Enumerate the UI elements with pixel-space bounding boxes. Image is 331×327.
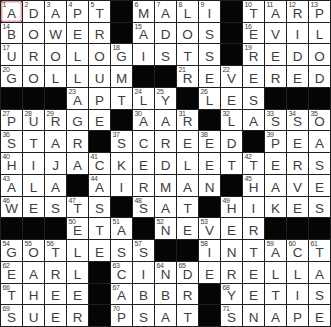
grid-cell-r5c11[interactable]: E bbox=[221, 88, 242, 109]
grid-cell-r9c10[interactable]: N bbox=[199, 175, 220, 196]
grid-cell-r2c7[interactable]: 15A bbox=[133, 23, 154, 44]
cell-letter: S bbox=[133, 202, 154, 216]
grid-cell-r15c9[interactable]: T bbox=[177, 305, 198, 326]
grid-cell-r13c13[interactable]: L bbox=[265, 262, 286, 283]
grid-cell-r9c1[interactable]: 43A bbox=[1, 175, 22, 196]
cell-letter: O bbox=[309, 115, 330, 129]
grid-cell-r1c13[interactable]: 11A bbox=[265, 1, 286, 22]
grid-cell-r14c7[interactable]: B bbox=[133, 284, 154, 305]
grid-cell-r3c4[interactable]: L bbox=[67, 44, 88, 65]
grid-cell-r14c8[interactable]: B bbox=[155, 284, 176, 305]
grid-cell-r12c7[interactable]: 57S bbox=[133, 240, 154, 261]
grid-cell-r5c12[interactable]: S bbox=[243, 88, 264, 109]
grid-cell-r12c11[interactable]: N bbox=[221, 240, 242, 261]
grid-cell-r1c7[interactable]: 6M bbox=[133, 1, 154, 22]
cell-letter: M bbox=[111, 72, 132, 86]
cell-letter: S bbox=[111, 246, 132, 260]
grid-cell-r10c8[interactable]: A bbox=[155, 197, 176, 218]
cell-letter: A bbox=[111, 224, 132, 238]
grid-cell-r15c12[interactable]: N bbox=[243, 305, 264, 326]
cell-letter: R bbox=[287, 7, 308, 21]
grid-cell-r13c7[interactable]: I bbox=[133, 262, 154, 283]
grid-cell-r3c10[interactable]: S bbox=[199, 44, 220, 65]
grid-cell-r9c8[interactable]: M bbox=[155, 175, 176, 196]
cell-letter: E bbox=[45, 311, 66, 325]
black-cell bbox=[133, 66, 154, 87]
cell-letter: A bbox=[309, 268, 330, 282]
cell-letter: A bbox=[265, 181, 286, 195]
cell-letter: R bbox=[45, 115, 66, 129]
grid-cell-r14c4[interactable]: E bbox=[67, 284, 88, 305]
grid-cell-r14c3[interactable]: E bbox=[45, 284, 66, 305]
cell-letter: R bbox=[133, 181, 154, 195]
cell-letter: A bbox=[265, 246, 286, 260]
cell-letter: T bbox=[265, 289, 286, 303]
grid-cell-r1c2[interactable]: 2D bbox=[23, 1, 44, 22]
cell-letter: K bbox=[111, 159, 132, 173]
grid-cell-r4c4[interactable]: L bbox=[67, 66, 88, 87]
cell-letter: G bbox=[1, 72, 22, 86]
cell-letter: T bbox=[243, 246, 264, 260]
cell-letter: B bbox=[1, 28, 22, 42]
grid-cell-r9c9[interactable]: A bbox=[177, 175, 198, 196]
grid-cell-r6c9[interactable]: 31R bbox=[177, 110, 198, 131]
grid-cell-r11c8[interactable]: 52N bbox=[155, 218, 176, 239]
grid-cell-r7c9[interactable]: E bbox=[177, 131, 198, 152]
grid-cell-r8c5[interactable]: 41C bbox=[89, 153, 110, 174]
grid-cell-r10c14[interactable]: E bbox=[287, 197, 308, 218]
grid-cell-r15c2[interactable]: U bbox=[23, 305, 44, 326]
grid-cell-r8c15[interactable]: S bbox=[309, 153, 330, 174]
grid-cell-r8c12[interactable]: 42T bbox=[243, 153, 264, 174]
cell-letter: E bbox=[221, 224, 242, 238]
cell-letter: S bbox=[309, 202, 330, 216]
grid-cell-r7c8[interactable]: R bbox=[155, 131, 176, 152]
grid-cell-r7c13[interactable]: 39P bbox=[265, 131, 286, 152]
cell-letter: O bbox=[23, 72, 44, 86]
grid-cell-r1c14[interactable]: 12R bbox=[287, 1, 308, 22]
grid-cell-r1c9[interactable]: 8L bbox=[177, 1, 198, 22]
grid-cell-r11c12[interactable]: R bbox=[243, 218, 264, 239]
cell-letter: R bbox=[243, 50, 264, 64]
grid-cell-r3c14[interactable]: D bbox=[287, 44, 308, 65]
grid-cell-r10c7[interactable]: 48S bbox=[133, 197, 154, 218]
grid-cell-r12c5[interactable]: E bbox=[89, 240, 110, 261]
black-cell bbox=[265, 88, 286, 109]
grid-cell-r14c12[interactable]: E bbox=[243, 284, 264, 305]
grid-cell-r11c5[interactable]: T bbox=[89, 218, 110, 239]
grid-cell-r9c13[interactable]: A bbox=[265, 175, 286, 196]
cell-letter: R bbox=[287, 159, 308, 173]
grid-cell-r3c8[interactable]: S bbox=[155, 44, 176, 65]
grid-cell-r6c15[interactable]: 35O bbox=[309, 110, 330, 131]
grid-cell-r6c14[interactable]: 34S bbox=[287, 110, 308, 131]
cell-letter: E bbox=[287, 72, 308, 86]
cell-letter: D bbox=[155, 159, 176, 173]
cell-letter: S bbox=[155, 50, 176, 64]
grid-cell-r1c5[interactable]: 5T bbox=[89, 1, 110, 22]
cell-letter: E bbox=[243, 289, 264, 303]
grid-cell-r2c3[interactable]: W bbox=[45, 23, 66, 44]
grid-cell-r11c9[interactable]: E bbox=[177, 218, 198, 239]
grid-cell-r7c1[interactable]: 36S bbox=[1, 131, 22, 152]
grid-cell-r13c9[interactable]: 65D bbox=[177, 262, 198, 283]
grid-cell-r6c13[interactable]: 33S bbox=[265, 110, 286, 131]
grid-cell-r1c12[interactable]: 10T bbox=[243, 1, 264, 22]
grid-cell-r11c6[interactable]: 51A bbox=[111, 218, 132, 239]
cell-letter: H bbox=[221, 202, 242, 216]
grid-cell-r4c5[interactable]: U bbox=[89, 66, 110, 87]
cell-letter: S bbox=[133, 246, 154, 260]
grid-cell-r2c4[interactable]: E bbox=[67, 23, 88, 44]
grid-cell-r9c3[interactable]: A bbox=[45, 175, 66, 196]
grid-cell-r14c13[interactable]: T bbox=[265, 284, 286, 305]
grid-cell-r2c13[interactable]: V bbox=[265, 23, 286, 44]
grid-cell-r9c12[interactable]: 45H bbox=[243, 175, 264, 196]
grid-cell-r15c13[interactable]: A bbox=[265, 305, 286, 326]
grid-cell-r5c5[interactable]: P bbox=[89, 88, 110, 109]
grid-cell-r13c15[interactable]: A bbox=[309, 262, 330, 283]
grid-cell-r13c8[interactable]: 64N bbox=[155, 262, 176, 283]
black-cell bbox=[89, 262, 110, 283]
grid-cell-r7c11[interactable]: D bbox=[221, 131, 242, 152]
cell-letter: A bbox=[45, 181, 66, 195]
grid-cell-r2c15[interactable]: L bbox=[309, 23, 330, 44]
grid-cell-r15c14[interactable]: P bbox=[287, 305, 308, 326]
grid-cell-r12c2[interactable]: 55O bbox=[23, 240, 44, 261]
grid-cell-r14c1[interactable]: 66T bbox=[1, 284, 22, 305]
grid-cell-r2c5[interactable]: R bbox=[89, 23, 110, 44]
grid-cell-r4c1[interactable]: 20G bbox=[1, 66, 22, 87]
grid-cell-r10c13[interactable]: K bbox=[265, 197, 286, 218]
grid-cell-r14c14[interactable]: I bbox=[287, 284, 308, 305]
grid-cell-r10c9[interactable]: T bbox=[177, 197, 198, 218]
grid-cell-r3c13[interactable]: E bbox=[265, 44, 286, 65]
grid-cell-r4c10[interactable]: E bbox=[199, 66, 220, 87]
grid-cell-r14c6[interactable]: 67A bbox=[111, 284, 132, 305]
grid-cell-r14c15[interactable]: S bbox=[309, 284, 330, 305]
cell-letter: V bbox=[221, 72, 242, 86]
grid-cell-r10c5[interactable]: S bbox=[89, 197, 110, 218]
grid-cell-r2c10[interactable]: S bbox=[199, 23, 220, 44]
cell-letter: E bbox=[67, 224, 88, 238]
cell-letter: V bbox=[287, 181, 308, 195]
cell-letter: E bbox=[177, 137, 198, 151]
grid-cell-r11c4[interactable]: 50E bbox=[67, 218, 88, 239]
grid-cell-r10c3[interactable]: S bbox=[45, 197, 66, 218]
cell-letter: G bbox=[1, 246, 22, 260]
cell-letter: L bbox=[309, 28, 330, 42]
grid-cell-r6c8[interactable]: A bbox=[155, 110, 176, 131]
grid-cell-r13c3[interactable]: R bbox=[45, 262, 66, 283]
cell-letter: O bbox=[45, 50, 66, 64]
cell-letter: K bbox=[265, 202, 286, 216]
grid-cell-r9c2[interactable]: L bbox=[23, 175, 44, 196]
grid-cell-r13c4[interactable]: L bbox=[67, 262, 88, 283]
grid-cell-r8c7[interactable]: E bbox=[133, 153, 154, 174]
cell-letter: T bbox=[221, 159, 242, 173]
grid-cell-r7c2[interactable]: T bbox=[23, 131, 44, 152]
black-cell bbox=[199, 305, 220, 326]
grid-cell-r15c3[interactable]: E bbox=[45, 305, 66, 326]
cell-letter: S bbox=[199, 28, 220, 42]
cell-letter: P bbox=[287, 311, 308, 325]
grid-cell-r6c2[interactable]: 28U bbox=[23, 110, 44, 131]
grid-cell-r6c11[interactable]: 32L bbox=[221, 110, 242, 131]
grid-cell-r14c2[interactable]: H bbox=[23, 284, 44, 305]
grid-cell-r10c15[interactable]: S bbox=[309, 197, 330, 218]
grid-cell-r11c10[interactable]: 53V bbox=[199, 218, 220, 239]
black-cell bbox=[67, 175, 88, 196]
cell-letter: O bbox=[177, 28, 198, 42]
grid-cell-r2c9[interactable]: O bbox=[177, 23, 198, 44]
grid-cell-r3c9[interactable]: T bbox=[177, 44, 198, 65]
cell-letter: A bbox=[1, 7, 22, 21]
cell-letter: E bbox=[199, 72, 220, 86]
grid-cell-r15c7[interactable]: S bbox=[133, 305, 154, 326]
grid-cell-r4c9[interactable]: 21R bbox=[177, 66, 198, 87]
black-cell bbox=[111, 23, 132, 44]
grid-cell-r7c3[interactable]: A bbox=[45, 131, 66, 152]
black-cell bbox=[221, 44, 242, 65]
grid-cell-r1c8[interactable]: 7A bbox=[155, 1, 176, 22]
cell-letter: E bbox=[45, 289, 66, 303]
grid-cell-r4c15[interactable]: D bbox=[309, 66, 330, 87]
grid-cell-r15c6[interactable]: 70P bbox=[111, 305, 132, 326]
grid-cell-r10c12[interactable]: I bbox=[243, 197, 264, 218]
grid-cell-r15c8[interactable]: A bbox=[155, 305, 176, 326]
grid-cell-r8c14[interactable]: R bbox=[287, 153, 308, 174]
cell-letter: E bbox=[23, 202, 44, 216]
cell-letter: P bbox=[67, 7, 88, 21]
grid-cell-r7c14[interactable]: E bbox=[287, 131, 308, 152]
cell-letter: A bbox=[133, 28, 154, 42]
cell-letter: R bbox=[45, 268, 66, 282]
cell-letter: P bbox=[111, 311, 132, 325]
black-cell bbox=[221, 175, 242, 196]
cell-letter: R bbox=[23, 50, 44, 64]
grid-cell-r8c9[interactable]: L bbox=[177, 153, 198, 174]
grid-cell-r8c11[interactable]: T bbox=[221, 153, 242, 174]
grid-cell-r13c1[interactable]: 62E bbox=[1, 262, 22, 283]
cell-letter: L bbox=[133, 94, 154, 108]
grid-cell-r8c10[interactable]: E bbox=[199, 153, 220, 174]
black-cell bbox=[309, 88, 330, 109]
cell-letter: U bbox=[89, 72, 110, 86]
grid-cell-r8c1[interactable]: 40H bbox=[1, 153, 22, 174]
grid-cell-r8c6[interactable]: K bbox=[111, 153, 132, 174]
cell-letter: N bbox=[243, 311, 264, 325]
cell-letter: P bbox=[265, 137, 286, 151]
cell-letter: E bbox=[199, 159, 220, 173]
grid-cell-r9c6[interactable]: I bbox=[111, 175, 132, 196]
grid-cell-r15c4[interactable]: R bbox=[67, 305, 88, 326]
cell-letter: A bbox=[45, 7, 66, 21]
grid-cell-r9c5[interactable]: 44A bbox=[89, 175, 110, 196]
cell-letter: S bbox=[1, 311, 22, 325]
grid-cell-r13c10[interactable]: E bbox=[199, 262, 220, 283]
grid-cell-r1c15[interactable]: 13P bbox=[309, 1, 330, 22]
grid-cell-r12c12[interactable]: T bbox=[243, 240, 264, 261]
grid-cell-r15c15[interactable]: E bbox=[309, 305, 330, 326]
cell-letter: S bbox=[221, 311, 242, 325]
cell-letter: E bbox=[243, 72, 264, 86]
cell-letter: S bbox=[133, 311, 154, 325]
grid-cell-r10c11[interactable]: 49H bbox=[221, 197, 242, 218]
cell-letter: A bbox=[67, 94, 88, 108]
grid-cell-r5c10[interactable]: 26L bbox=[199, 88, 220, 109]
grid-cell-r14c11[interactable]: 68Y bbox=[221, 284, 242, 305]
grid-cell-r12c15[interactable]: 61T bbox=[309, 240, 330, 261]
grid-cell-r8c3[interactable]: J bbox=[45, 153, 66, 174]
grid-cell-r3c7[interactable]: I bbox=[133, 44, 154, 65]
grid-cell-r7c7[interactable]: C bbox=[133, 131, 154, 152]
grid-cell-r14c9[interactable]: R bbox=[177, 284, 198, 305]
grid-cell-r7c4[interactable]: R bbox=[67, 131, 88, 152]
grid-cell-r12c10[interactable]: 58I bbox=[199, 240, 220, 261]
grid-cell-r4c14[interactable]: E bbox=[287, 66, 308, 87]
grid-cell-r6c5[interactable]: E bbox=[89, 110, 110, 131]
cell-letter: R bbox=[89, 28, 110, 42]
grid-cell-r12c6[interactable]: S bbox=[111, 240, 132, 261]
cell-letter: J bbox=[45, 159, 66, 173]
grid-cell-r12c4[interactable]: L bbox=[67, 240, 88, 261]
cell-letter: S bbox=[89, 202, 110, 216]
grid-cell-r3c2[interactable]: R bbox=[23, 44, 44, 65]
black-cell bbox=[199, 284, 220, 305]
grid-cell-r7c6[interactable]: 37S bbox=[111, 131, 132, 152]
cell-letter: U bbox=[23, 311, 44, 325]
grid-cell-r11c11[interactable]: E bbox=[221, 218, 242, 239]
grid-cell-r3c1[interactable]: 17U bbox=[1, 44, 22, 65]
cell-letter: S bbox=[287, 115, 308, 129]
grid-cell-r4c11[interactable]: 22V bbox=[221, 66, 242, 87]
grid-cell-r5c4[interactable]: 23A bbox=[67, 88, 88, 109]
cell-letter: L bbox=[287, 268, 308, 282]
grid-cell-r1c4[interactable]: 4P bbox=[67, 1, 88, 22]
grid-cell-r6c12[interactable]: A bbox=[243, 110, 264, 131]
grid-cell-r2c8[interactable]: D bbox=[155, 23, 176, 44]
cell-letter: N bbox=[221, 246, 242, 260]
cell-letter: D bbox=[221, 137, 242, 151]
black-cell bbox=[45, 88, 66, 109]
cell-letter: A bbox=[265, 7, 286, 21]
cell-letter: L bbox=[67, 50, 88, 64]
grid-cell-r4c6[interactable]: M bbox=[111, 66, 132, 87]
grid-cell-r12c3[interactable]: 56T bbox=[45, 240, 66, 261]
grid-cell-r10c1[interactable]: 46W bbox=[1, 197, 22, 218]
grid-cell-r1c10[interactable]: 9I bbox=[199, 1, 220, 22]
cell-letter: Y bbox=[221, 289, 242, 303]
grid-cell-r7c15[interactable]: A bbox=[309, 131, 330, 152]
black-cell bbox=[111, 1, 132, 22]
cell-letter: E bbox=[199, 137, 220, 151]
grid-cell-r13c14[interactable]: L bbox=[287, 262, 308, 283]
cell-letter: R bbox=[243, 224, 264, 238]
cell-letter: B bbox=[155, 289, 176, 303]
cell-letter: S bbox=[243, 94, 264, 108]
cell-letter: A bbox=[1, 181, 22, 195]
grid-cell-r8c2[interactable]: I bbox=[23, 153, 44, 174]
grid-cell-r7c10[interactable]: 38E bbox=[199, 131, 220, 152]
grid-cell-r6c1[interactable]: 27P bbox=[1, 110, 22, 131]
grid-cell-r2c2[interactable]: O bbox=[23, 23, 44, 44]
cell-letter: T bbox=[309, 246, 330, 260]
black-cell bbox=[111, 197, 132, 218]
cell-letter: E bbox=[287, 202, 308, 216]
grid-cell-r4c13[interactable]: R bbox=[265, 66, 286, 87]
cell-letter: E bbox=[133, 159, 154, 173]
cell-letter: S bbox=[1, 137, 22, 151]
cell-letter: P bbox=[309, 7, 330, 21]
cell-letter: S bbox=[265, 115, 286, 129]
black-cell bbox=[155, 240, 176, 261]
cell-letter: R bbox=[67, 137, 88, 151]
grid-cell-r12c13[interactable]: 59A bbox=[265, 240, 286, 261]
cell-letter: N bbox=[199, 181, 220, 195]
grid-cell-r2c1[interactable]: 14B bbox=[1, 23, 22, 44]
grid-cell-r15c11[interactable]: 71S bbox=[221, 305, 242, 326]
grid-cell-r3c5[interactable]: O bbox=[89, 44, 110, 65]
selected-cell[interactable]: 1A bbox=[1, 1, 22, 22]
grid-cell-r13c6[interactable]: 63C bbox=[111, 262, 132, 283]
grid-cell-r8c13[interactable]: E bbox=[265, 153, 286, 174]
black-cell bbox=[1, 88, 22, 109]
grid-cell-r6c4[interactable]: G bbox=[67, 110, 88, 131]
grid-cell-r8c8[interactable]: D bbox=[155, 153, 176, 174]
grid-cell-r5c6[interactable]: T bbox=[111, 88, 132, 109]
grid-cell-r8c4[interactable]: A bbox=[67, 153, 88, 174]
cell-letter: M bbox=[155, 181, 176, 195]
grid-cell-r5c7[interactable]: 24L bbox=[133, 88, 154, 109]
black-cell bbox=[133, 218, 154, 239]
grid-cell-r13c12[interactable]: E bbox=[243, 262, 264, 283]
cell-letter: E bbox=[177, 224, 198, 238]
grid-cell-r13c11[interactable]: R bbox=[221, 262, 242, 283]
cell-letter: S bbox=[309, 289, 330, 303]
grid-cell-r3c12[interactable]: 19R bbox=[243, 44, 264, 65]
grid-cell-r12c1[interactable]: 54G bbox=[1, 240, 22, 261]
cell-letter: E bbox=[89, 246, 110, 260]
grid-cell-r9c15[interactable]: E bbox=[309, 175, 330, 196]
cell-letter: O bbox=[23, 28, 44, 42]
cell-letter: S bbox=[199, 50, 220, 64]
grid-cell-r10c2[interactable]: E bbox=[23, 197, 44, 218]
cell-letter: I bbox=[23, 159, 44, 173]
grid-cell-r2c12[interactable]: 16E bbox=[243, 23, 264, 44]
grid-cell-r13c2[interactable]: A bbox=[23, 262, 44, 283]
grid-cell-r15c1[interactable]: 69S bbox=[1, 305, 22, 326]
grid-cell-r4c12[interactable]: E bbox=[243, 66, 264, 87]
grid-cell-r10c4[interactable]: 47T bbox=[67, 197, 88, 218]
grid-cell-r3c15[interactable]: O bbox=[309, 44, 330, 65]
cell-letter: L bbox=[265, 268, 286, 282]
grid-cell-r4c2[interactable]: O bbox=[23, 66, 44, 87]
grid-cell-r5c8[interactable]: 25Y bbox=[155, 88, 176, 109]
cell-letter: A bbox=[155, 115, 176, 129]
grid-cell-r6c7[interactable]: 30A bbox=[133, 110, 154, 131]
grid-cell-r4c3[interactable]: L bbox=[45, 66, 66, 87]
grid-cell-r6c3[interactable]: 29R bbox=[45, 110, 66, 131]
grid-cell-r2c14[interactable]: I bbox=[287, 23, 308, 44]
grid-cell-r1c3[interactable]: 3A bbox=[45, 1, 66, 22]
black-cell bbox=[23, 88, 44, 109]
grid-cell-r9c14[interactable]: V bbox=[287, 175, 308, 196]
grid-cell-r9c7[interactable]: R bbox=[133, 175, 154, 196]
grid-cell-r3c6[interactable]: 18G bbox=[111, 44, 132, 65]
grid-cell-r12c14[interactable]: 60C bbox=[287, 240, 308, 261]
grid-cell-r3c3[interactable]: O bbox=[45, 44, 66, 65]
